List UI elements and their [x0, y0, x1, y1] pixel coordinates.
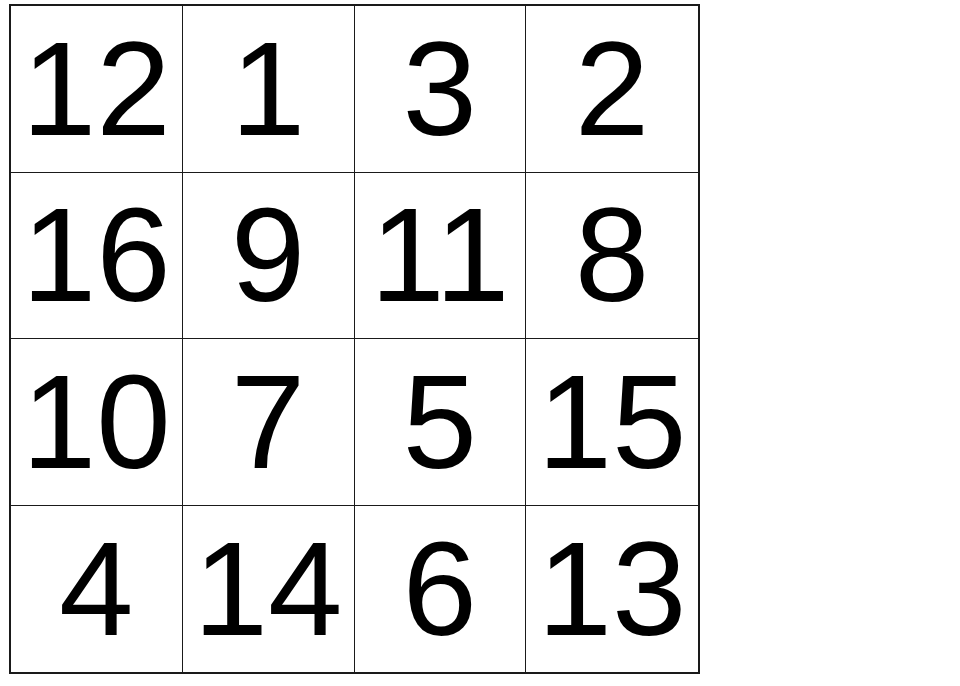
- puzzle-grid: 12 1 3 2 16 9 11 8 10 7 5 15 4 14 6 13: [9, 4, 700, 674]
- cell-r2c4[interactable]: 8: [526, 173, 698, 340]
- cell-r1c1[interactable]: 12: [11, 6, 183, 173]
- cell-r3c2[interactable]: 7: [183, 339, 355, 506]
- cell-r4c1[interactable]: 4: [11, 506, 183, 673]
- cell-r3c4[interactable]: 15: [526, 339, 698, 506]
- cell-r1c4[interactable]: 2: [526, 6, 698, 173]
- cell-r2c3[interactable]: 11: [355, 173, 527, 340]
- cell-r2c2[interactable]: 9: [183, 173, 355, 340]
- cell-r4c2[interactable]: 14: [183, 506, 355, 673]
- cell-r1c2[interactable]: 1: [183, 6, 355, 173]
- cell-r3c3[interactable]: 5: [355, 339, 527, 506]
- cell-r2c1[interactable]: 16: [11, 173, 183, 340]
- cell-r4c3[interactable]: 6: [355, 506, 527, 673]
- cell-r1c3[interactable]: 3: [355, 6, 527, 173]
- cell-r3c1[interactable]: 10: [11, 339, 183, 506]
- cell-r4c4[interactable]: 13: [526, 506, 698, 673]
